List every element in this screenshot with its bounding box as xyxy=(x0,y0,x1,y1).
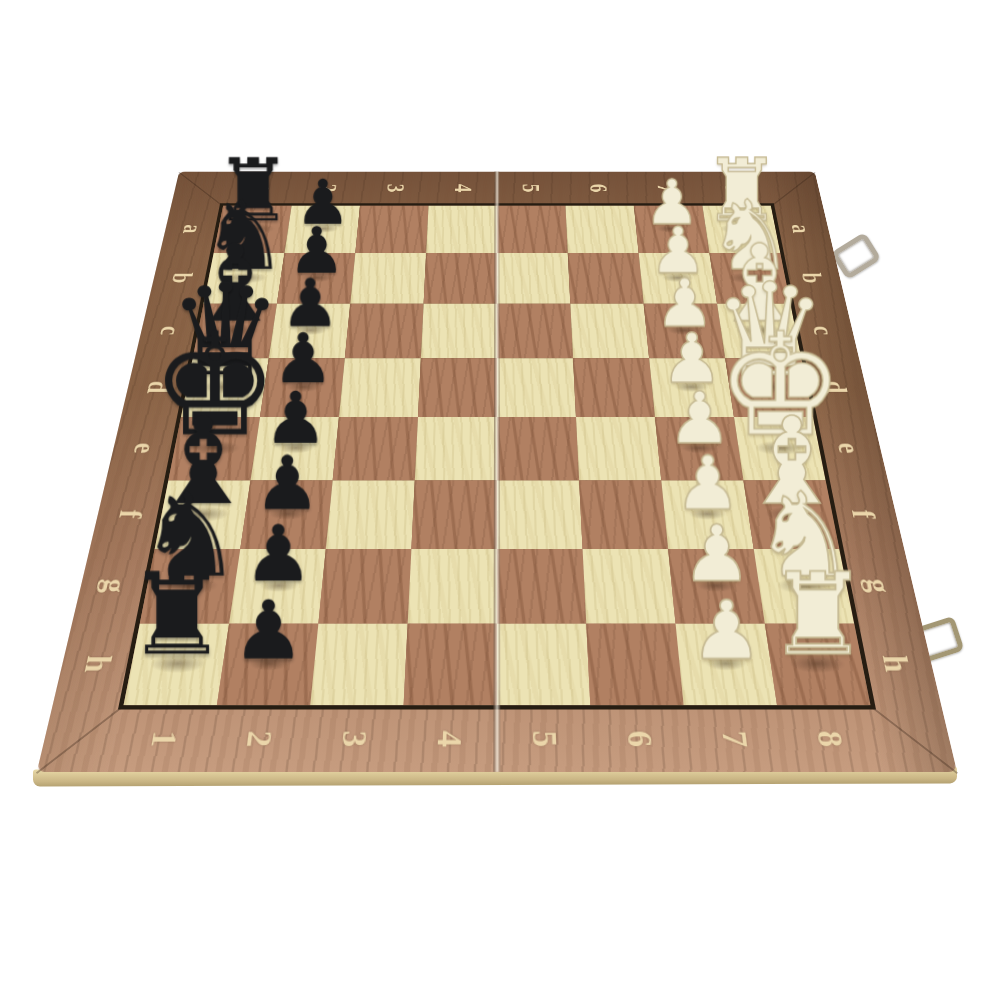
coord-left-h: h xyxy=(77,655,120,672)
coord-bottom-4: 4 xyxy=(429,730,470,747)
piece-white-rook-h8[interactable]: ♜ xyxy=(767,562,869,670)
coord-bottom-3: 3 xyxy=(333,730,375,747)
coord-bottom-7: 7 xyxy=(713,730,756,747)
piece-black-pawn-h2[interactable]: ♟ xyxy=(232,593,305,670)
piece-black-pawn-g2[interactable]: ♟ xyxy=(243,517,313,591)
piece-black-rook-h1[interactable]: ♜ xyxy=(125,562,227,670)
piece-white-pawn-g7[interactable]: ♟ xyxy=(681,517,751,591)
coord-bottom-8: 8 xyxy=(808,730,852,747)
coord-bottom-1: 1 xyxy=(142,730,186,747)
coord-bottom-5: 5 xyxy=(524,730,565,747)
coord-bottom-2: 2 xyxy=(238,730,281,747)
piece-white-pawn-h7[interactable]: ♟ xyxy=(690,593,763,670)
coord-top-5: 5 xyxy=(516,184,545,192)
coord-top-4: 4 xyxy=(448,184,477,192)
coord-bottom-6: 6 xyxy=(619,730,661,747)
coord-top-6: 6 xyxy=(584,184,614,192)
coord-right-h: h xyxy=(874,655,917,672)
fold-seam xyxy=(493,171,500,771)
chess-board: 1234567812345678abcdefghabcdefgh ♜♞♝♛♚♝♞… xyxy=(37,172,957,772)
coord-top-3: 3 xyxy=(381,184,411,192)
product-photo-stage: 1234567812345678abcdefghabcdefgh ♜♞♝♛♚♝♞… xyxy=(0,0,1000,1000)
